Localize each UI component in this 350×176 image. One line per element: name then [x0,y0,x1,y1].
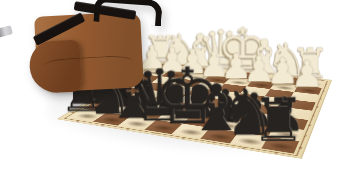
chess-set-photo: aabbccddeeffgghh1122334455667788 ♜♞♝♛♚♝♞… [0,0,350,176]
carrying-bag [28,2,146,98]
piece-glyph-r: ♜ [236,90,320,150]
bag-handle [93,0,163,26]
